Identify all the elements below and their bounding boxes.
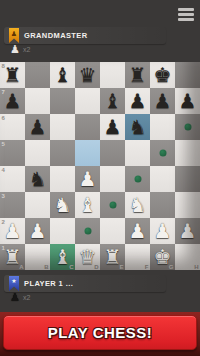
black-pawn: ♟ bbox=[100, 114, 125, 140]
gold-banner-badge-icon: ♟ bbox=[9, 28, 19, 43]
square-f7[interactable]: ♟ bbox=[125, 88, 150, 114]
black-pawn: ♟ bbox=[25, 114, 50, 140]
square-c2[interactable] bbox=[50, 218, 75, 244]
player-name-plate: ★ PLAYER 1 ... bbox=[4, 275, 166, 292]
black-pawn: ♟ bbox=[150, 88, 175, 114]
file-label: G bbox=[169, 264, 174, 270]
rank-label: 4 bbox=[2, 167, 5, 173]
square-c8[interactable]: ♝ bbox=[50, 62, 75, 88]
rank-label: 2 bbox=[2, 219, 5, 225]
square-b8[interactable] bbox=[25, 62, 50, 88]
square-g1[interactable]: G♚ bbox=[150, 244, 175, 270]
captured-white-pawn-icon: ♟ bbox=[10, 43, 20, 55]
square-g8[interactable]: ♚ bbox=[150, 62, 175, 88]
square-b1[interactable]: B bbox=[25, 244, 50, 270]
rank-label: 1 bbox=[2, 245, 5, 251]
legal-move-dot bbox=[84, 228, 91, 235]
square-g2[interactable]: ♟ bbox=[150, 218, 175, 244]
black-rook: ♜ bbox=[125, 62, 150, 88]
white-pawn: ♟ bbox=[125, 218, 150, 244]
square-e7[interactable]: ♝ bbox=[100, 88, 125, 114]
file-label: F bbox=[145, 264, 149, 270]
square-d4[interactable]: ♟ bbox=[75, 166, 100, 192]
badge-star-icon: ★ bbox=[9, 277, 19, 286]
black-bishop: ♝ bbox=[50, 62, 75, 88]
square-b6[interactable]: ♟ bbox=[25, 114, 50, 140]
rank-label: 8 bbox=[2, 63, 5, 69]
square-h6[interactable] bbox=[175, 114, 200, 140]
square-d6[interactable] bbox=[75, 114, 100, 140]
square-g6[interactable] bbox=[150, 114, 175, 140]
hamburger-icon bbox=[178, 8, 194, 11]
file-label: H bbox=[194, 264, 198, 270]
square-f6[interactable]: ♞ bbox=[125, 114, 150, 140]
square-a4[interactable]: 4 bbox=[0, 166, 25, 192]
square-b2[interactable]: ♟ bbox=[25, 218, 50, 244]
white-queen: ♛ bbox=[75, 244, 100, 270]
white-pawn: ♟ bbox=[25, 218, 50, 244]
square-f8[interactable]: ♜ bbox=[125, 62, 150, 88]
square-h3[interactable] bbox=[175, 192, 200, 218]
square-d8[interactable]: ♛ bbox=[75, 62, 100, 88]
white-pawn: ♟ bbox=[175, 218, 200, 244]
black-king: ♚ bbox=[150, 62, 175, 88]
file-label: B bbox=[44, 264, 48, 270]
legal-move-dot bbox=[184, 124, 191, 131]
white-rook: ♜ bbox=[100, 244, 125, 270]
legal-move-dot bbox=[159, 150, 166, 157]
square-e1[interactable]: E♜ bbox=[100, 244, 125, 270]
square-d7[interactable] bbox=[75, 88, 100, 114]
square-d3[interactable]: ♝ bbox=[75, 192, 100, 218]
player-captures: ♟ x2 bbox=[10, 291, 30, 303]
square-e5[interactable] bbox=[100, 140, 125, 166]
chess-board: 8♜♝♛♜♚7♟♝♟♟♟6♟♟♞54♞♟3♞♝♞2♟♟♟♟♟1A♜BC♝D♛E♜… bbox=[0, 62, 200, 270]
square-c6[interactable] bbox=[50, 114, 75, 140]
square-g4[interactable] bbox=[150, 166, 175, 192]
square-b4[interactable]: ♞ bbox=[25, 166, 50, 192]
file-label: D bbox=[94, 264, 98, 270]
square-e2[interactable] bbox=[100, 218, 125, 244]
black-pawn: ♟ bbox=[125, 88, 150, 114]
square-e8[interactable] bbox=[100, 62, 125, 88]
square-a1[interactable]: 1A♜ bbox=[0, 244, 25, 270]
file-label: E bbox=[119, 264, 123, 270]
white-pawn: ♟ bbox=[150, 218, 175, 244]
opponent-captures: ♟ x2 bbox=[10, 43, 30, 55]
white-knight: ♞ bbox=[50, 192, 75, 218]
square-g7[interactable]: ♟ bbox=[150, 88, 175, 114]
legal-move-dot bbox=[109, 202, 116, 209]
square-g5[interactable] bbox=[150, 140, 175, 166]
opponent-name-plate: ♟ GRANDMASTER bbox=[4, 27, 166, 44]
square-c5[interactable] bbox=[50, 140, 75, 166]
rank-label: 3 bbox=[2, 193, 5, 199]
rank-label: 5 bbox=[2, 141, 5, 147]
white-rook: ♜ bbox=[0, 244, 25, 270]
square-h2[interactable]: ♟ bbox=[175, 218, 200, 244]
black-knight: ♞ bbox=[125, 114, 150, 140]
square-e6[interactable]: ♟ bbox=[100, 114, 125, 140]
player-name: PLAYER 1 ... bbox=[24, 279, 73, 288]
square-f5[interactable] bbox=[125, 140, 150, 166]
square-a3[interactable]: 3 bbox=[0, 192, 25, 218]
black-knight: ♞ bbox=[25, 166, 50, 192]
white-pawn: ♟ bbox=[75, 166, 100, 192]
square-b5[interactable] bbox=[25, 140, 50, 166]
square-c3[interactable]: ♞ bbox=[50, 192, 75, 218]
white-bishop: ♝ bbox=[50, 244, 75, 270]
white-king: ♚ bbox=[150, 244, 175, 270]
square-d2[interactable] bbox=[75, 218, 100, 244]
black-pawn: ♟ bbox=[175, 88, 200, 114]
square-d1[interactable]: D♛ bbox=[75, 244, 100, 270]
rank-label: 6 bbox=[2, 115, 5, 121]
menu-button[interactable] bbox=[178, 8, 194, 23]
square-f1[interactable]: F bbox=[125, 244, 150, 270]
blue-banner-badge-icon: ★ bbox=[9, 276, 19, 291]
file-label: A bbox=[19, 264, 23, 270]
square-a8[interactable]: 8♜ bbox=[0, 62, 25, 88]
opponent-name: GRANDMASTER bbox=[24, 31, 88, 40]
cta-area: PLAY CHESS! bbox=[0, 312, 200, 356]
file-label: C bbox=[69, 264, 73, 270]
black-rook: ♜ bbox=[0, 62, 25, 88]
square-a5[interactable]: 5 bbox=[0, 140, 25, 166]
black-queen: ♛ bbox=[75, 62, 100, 88]
square-a6[interactable]: 6 bbox=[0, 114, 25, 140]
opponent-capture-count: x2 bbox=[23, 46, 30, 53]
white-pawn: ♟ bbox=[0, 218, 25, 244]
square-h1[interactable]: H bbox=[175, 244, 200, 270]
legal-move-dot bbox=[134, 176, 141, 183]
square-h4[interactable] bbox=[175, 166, 200, 192]
play-chess-button[interactable]: PLAY CHESS! bbox=[3, 315, 197, 350]
captured-black-pawn-icon: ♟ bbox=[10, 291, 20, 303]
square-b7[interactable] bbox=[25, 88, 50, 114]
square-h5[interactable] bbox=[175, 140, 200, 166]
white-knight: ♞ bbox=[125, 192, 150, 218]
square-f3[interactable]: ♞ bbox=[125, 192, 150, 218]
square-d5[interactable] bbox=[75, 140, 100, 166]
black-pawn: ♟ bbox=[0, 88, 25, 114]
app-screen: ♟ GRANDMASTER ♟ x2 8♜♝♛♜♚7♟♝♟♟♟6♟♟♞54♞♟3… bbox=[0, 0, 200, 356]
square-f2[interactable]: ♟ bbox=[125, 218, 150, 244]
square-c1[interactable]: C♝ bbox=[50, 244, 75, 270]
square-c7[interactable] bbox=[50, 88, 75, 114]
square-a2[interactable]: 2♟ bbox=[0, 218, 25, 244]
white-bishop: ♝ bbox=[75, 192, 100, 218]
square-e4[interactable] bbox=[100, 166, 125, 192]
square-e3[interactable] bbox=[100, 192, 125, 218]
square-a7[interactable]: 7♟ bbox=[0, 88, 25, 114]
player-capture-count: x2 bbox=[23, 294, 30, 301]
black-bishop: ♝ bbox=[100, 88, 125, 114]
square-b3[interactable] bbox=[25, 192, 50, 218]
rank-label: 7 bbox=[2, 89, 5, 95]
square-c4[interactable] bbox=[50, 166, 75, 192]
square-g3[interactable] bbox=[150, 192, 175, 218]
square-f4[interactable] bbox=[125, 166, 150, 192]
badge-pawn-icon: ♟ bbox=[9, 29, 19, 38]
square-h8[interactable] bbox=[175, 62, 200, 88]
square-h7[interactable]: ♟ bbox=[175, 88, 200, 114]
play-chess-label: PLAY CHESS! bbox=[48, 324, 153, 341]
